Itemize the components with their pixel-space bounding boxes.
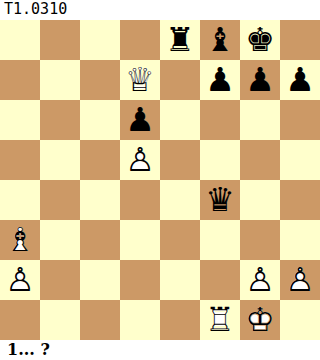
white-king-icon: ♚♔: [240, 300, 280, 340]
square-d3[interactable]: [120, 220, 160, 260]
piece-outline-layer: ♙: [280, 260, 320, 300]
square-f1[interactable]: ♜♖: [200, 300, 240, 340]
piece-glyph-layer: ♚: [240, 20, 280, 60]
square-g6[interactable]: [240, 100, 280, 140]
square-c3[interactable]: [80, 220, 120, 260]
puzzle-id-label: T1.0310: [0, 0, 320, 20]
piece-glyph-layer: ♜: [160, 20, 200, 60]
black-bishop-icon: ♝: [200, 20, 240, 60]
square-h7[interactable]: ♟: [280, 60, 320, 100]
square-h8[interactable]: [280, 20, 320, 60]
square-h3[interactable]: [280, 220, 320, 260]
black-queen-icon: ♛: [200, 180, 240, 220]
black-king-icon: ♚: [240, 20, 280, 60]
piece-outline-layer: ♙: [0, 260, 40, 300]
piece-glyph-layer: ♟: [280, 60, 320, 100]
square-h2[interactable]: ♟♙: [280, 260, 320, 300]
black-rook-icon: ♜: [160, 20, 200, 60]
square-c4[interactable]: [80, 180, 120, 220]
square-h4[interactable]: [280, 180, 320, 220]
square-b1[interactable]: [40, 300, 80, 340]
square-c5[interactable]: [80, 140, 120, 180]
square-d2[interactable]: [120, 260, 160, 300]
square-b4[interactable]: [40, 180, 80, 220]
square-g1[interactable]: ♚♔: [240, 300, 280, 340]
square-c6[interactable]: [80, 100, 120, 140]
piece-outline-layer: ♖: [200, 300, 240, 340]
white-bishop-icon: ♝♗: [0, 220, 40, 260]
square-g4[interactable]: [240, 180, 280, 220]
square-b3[interactable]: [40, 220, 80, 260]
piece-glyph-layer: ♛: [200, 180, 240, 220]
square-d6[interactable]: ♟: [120, 100, 160, 140]
square-g5[interactable]: [240, 140, 280, 180]
piece-outline-layer: ♙: [240, 260, 280, 300]
piece-glyph-layer: ♟: [240, 60, 280, 100]
square-b2[interactable]: [40, 260, 80, 300]
square-c8[interactable]: [80, 20, 120, 60]
square-f6[interactable]: [200, 100, 240, 140]
white-rook-icon: ♜♖: [200, 300, 240, 340]
square-a8[interactable]: [0, 20, 40, 60]
square-c7[interactable]: [80, 60, 120, 100]
square-h5[interactable]: [280, 140, 320, 180]
square-f7[interactable]: ♟: [200, 60, 240, 100]
square-c1[interactable]: [80, 300, 120, 340]
square-e5[interactable]: [160, 140, 200, 180]
square-e7[interactable]: [160, 60, 200, 100]
square-d4[interactable]: [120, 180, 160, 220]
square-c2[interactable]: [80, 260, 120, 300]
piece-glyph-layer: ♝: [200, 20, 240, 60]
square-a2[interactable]: ♟♙: [0, 260, 40, 300]
piece-outline-layer: ♙: [120, 140, 160, 180]
square-h1[interactable]: [280, 300, 320, 340]
move-prompt-label: 1... ?: [0, 340, 320, 360]
white-pawn-icon: ♟♙: [120, 140, 160, 180]
piece-outline-layer: ♕: [120, 60, 160, 100]
black-pawn-icon: ♟: [200, 60, 240, 100]
square-a4[interactable]: [0, 180, 40, 220]
white-pawn-icon: ♟♙: [0, 260, 40, 300]
square-b8[interactable]: [40, 20, 80, 60]
square-d7[interactable]: ♛♕: [120, 60, 160, 100]
square-e6[interactable]: [160, 100, 200, 140]
white-pawn-icon: ♟♙: [280, 260, 320, 300]
square-e1[interactable]: [160, 300, 200, 340]
piece-glyph-layer: ♟: [120, 100, 160, 140]
square-f4[interactable]: ♛: [200, 180, 240, 220]
black-pawn-icon: ♟: [240, 60, 280, 100]
square-b7[interactable]: [40, 60, 80, 100]
black-pawn-icon: ♟: [280, 60, 320, 100]
square-h6[interactable]: [280, 100, 320, 140]
square-g8[interactable]: ♚: [240, 20, 280, 60]
square-f8[interactable]: ♝: [200, 20, 240, 60]
black-pawn-icon: ♟: [120, 100, 160, 140]
square-g2[interactable]: ♟♙: [240, 260, 280, 300]
square-a5[interactable]: [0, 140, 40, 180]
square-g7[interactable]: ♟: [240, 60, 280, 100]
square-a7[interactable]: [0, 60, 40, 100]
square-g3[interactable]: [240, 220, 280, 260]
square-f2[interactable]: [200, 260, 240, 300]
square-a3[interactable]: ♝♗: [0, 220, 40, 260]
square-e3[interactable]: [160, 220, 200, 260]
piece-outline-layer: ♔: [240, 300, 280, 340]
square-e4[interactable]: [160, 180, 200, 220]
square-d8[interactable]: [120, 20, 160, 60]
square-d1[interactable]: [120, 300, 160, 340]
square-b6[interactable]: [40, 100, 80, 140]
piece-outline-layer: ♗: [0, 220, 40, 260]
square-f5[interactable]: [200, 140, 240, 180]
square-e8[interactable]: ♜: [160, 20, 200, 60]
square-d5[interactable]: ♟♙: [120, 140, 160, 180]
chess-board: ♜♝♚♛♕♟♟♟♟♟♙♛♝♗♟♙♟♙♟♙♜♖♚♔: [0, 20, 320, 340]
square-a1[interactable]: [0, 300, 40, 340]
square-a6[interactable]: [0, 100, 40, 140]
square-e2[interactable]: [160, 260, 200, 300]
square-f3[interactable]: [200, 220, 240, 260]
white-queen-icon: ♛♕: [120, 60, 160, 100]
square-b5[interactable]: [40, 140, 80, 180]
piece-glyph-layer: ♟: [200, 60, 240, 100]
white-pawn-icon: ♟♙: [240, 260, 280, 300]
chess-puzzle-window: T1.0310 ♜♝♚♛♕♟♟♟♟♟♙♛♝♗♟♙♟♙♟♙♜♖♚♔ 1... ?: [0, 0, 320, 360]
